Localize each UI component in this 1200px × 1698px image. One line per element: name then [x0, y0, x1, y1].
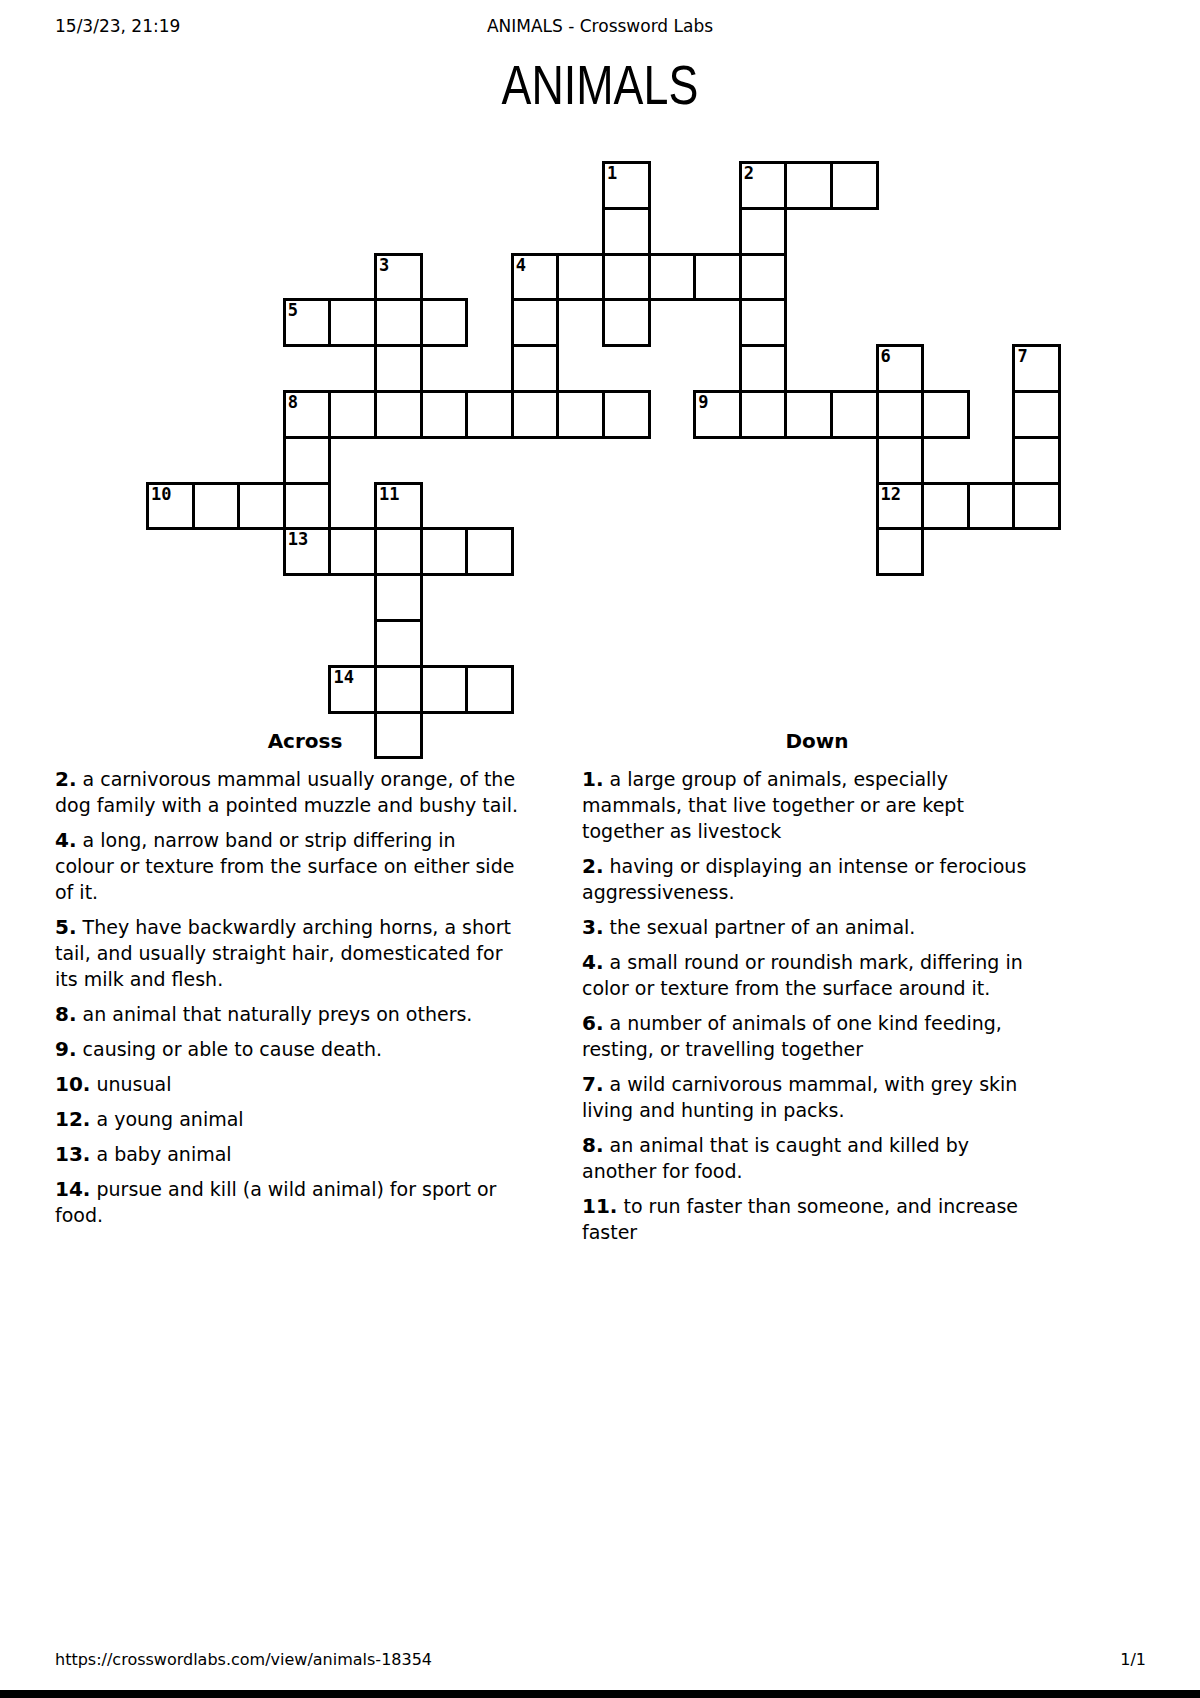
grid-cell-r6c16[interactable]	[876, 436, 925, 485]
grid-clue-number-8: 8	[288, 394, 298, 411]
grid-cell-r5c17[interactable]	[921, 390, 970, 439]
clue-number-label: 12.	[55, 1107, 90, 1131]
clue-number-label: 4.	[582, 950, 604, 974]
across-clue-list: 2. a carnivorous mammal usually orange, …	[55, 766, 555, 1228]
across-clue-9: 9. causing or able to cause death.	[55, 1036, 555, 1062]
down-clue-7: 7. a wild carnivorous mammal, with grey …	[582, 1071, 1052, 1123]
clue-number-label: 3.	[582, 915, 604, 939]
grid-cell-r7c17[interactable]	[921, 482, 970, 531]
grid-cell-r8c7[interactable]	[465, 527, 514, 576]
across-clues-column: Across 2. a carnivorous mammal usually o…	[55, 728, 555, 1254]
clue-number-label: 6.	[582, 1011, 604, 1035]
across-heading: Across	[55, 728, 555, 754]
puzzle-title-text: ANIMALS	[502, 52, 699, 117]
clue-text: a carnivorous mammal usually orange, of …	[55, 768, 518, 816]
clue-number-label: 2.	[582, 854, 604, 878]
grid-cell-r5c7[interactable]	[465, 390, 514, 439]
clue-text: having or displaying an intense or feroc…	[582, 855, 1026, 903]
grid-cell-r5c6[interactable]	[420, 390, 469, 439]
clues-section: Across 2. a carnivorous mammal usually o…	[55, 728, 1052, 1254]
print-preview-page: 15/3/23, 21:19 ANIMALS - Crossword Labs …	[0, 0, 1200, 1698]
grid-clue-number-12: 12	[881, 486, 901, 503]
grid-cell-r6c19[interactable]	[1012, 436, 1061, 485]
clue-number-label: 10.	[55, 1072, 90, 1096]
grid-cell-r7c18[interactable]	[967, 482, 1016, 531]
clue-text: the sexual partner of an animal.	[610, 916, 916, 938]
clue-text: causing or able to cause death.	[83, 1038, 382, 1060]
clue-text: a long, narrow band or strip differing i…	[55, 829, 514, 903]
footer-page-number: 1/1	[1120, 1650, 1146, 1669]
grid-cell-r4c5[interactable]	[374, 344, 423, 393]
grid-cell-r1c10[interactable]	[602, 207, 651, 256]
grid-clue-number-9: 9	[698, 394, 708, 411]
across-clue-2: 2. a carnivorous mammal usually orange, …	[55, 766, 555, 818]
grid-cell-r3c6[interactable]	[420, 298, 469, 347]
clue-text: a small round or roundish mark, differin…	[582, 951, 1023, 999]
grid-cell-r6c3[interactable]	[283, 436, 332, 485]
clue-number-label: 7.	[582, 1072, 604, 1096]
clue-number-label: 1.	[582, 767, 604, 791]
across-clue-4: 4. a long, narrow band or strip differin…	[55, 827, 555, 905]
clue-number-label: 9.	[55, 1037, 77, 1061]
grid-cell-r3c8[interactable]	[511, 298, 560, 347]
down-clue-4: 4. a small round or roundish mark, diffe…	[582, 949, 1052, 1001]
clue-text: a young animal	[96, 1108, 243, 1130]
grid-cell-r5c4[interactable]	[328, 390, 377, 439]
grid-clue-number-2: 2	[744, 165, 754, 182]
grid-cell-r1c13[interactable]	[739, 207, 788, 256]
clue-number-label: 4.	[55, 828, 77, 852]
grid-cell-r2c9[interactable]	[556, 253, 605, 302]
down-heading: Down	[582, 728, 1052, 754]
clue-number-label: 5.	[55, 915, 77, 939]
grid-cell-r7c3[interactable]	[283, 482, 332, 531]
grid-clue-number-11: 11	[379, 486, 399, 503]
clue-text: a large group of animals, especially mam…	[582, 768, 964, 842]
grid-cell-r5c14[interactable]	[784, 390, 833, 439]
clue-text: a wild carnivorous mammal, with grey ski…	[582, 1073, 1017, 1121]
grid-cell-r2c10[interactable]	[602, 253, 651, 302]
grid-cell-r8c5[interactable]	[374, 527, 423, 576]
grid-cell-r5c10[interactable]	[602, 390, 651, 439]
across-clue-12: 12. a young animal	[55, 1106, 555, 1132]
grid-cell-r3c5[interactable]	[374, 298, 423, 347]
grid-cell-r5c9[interactable]	[556, 390, 605, 439]
grid-cell-r7c2[interactable]	[237, 482, 286, 531]
down-clue-11: 11. to run faster than someone, and incr…	[582, 1193, 1052, 1245]
grid-cell-r4c13[interactable]	[739, 344, 788, 393]
grid-clue-number-7: 7	[1017, 348, 1027, 365]
grid-cell-r7c19[interactable]	[1012, 482, 1061, 531]
grid-cell-r8c6[interactable]	[420, 527, 469, 576]
down-clue-3: 3. the sexual partner of an animal.	[582, 914, 1052, 940]
grid-cell-r2c11[interactable]	[648, 253, 697, 302]
grid-cell-r4c8[interactable]	[511, 344, 560, 393]
clue-number-label: 11.	[582, 1194, 617, 1218]
grid-cell-r5c13[interactable]	[739, 390, 788, 439]
clue-number-label: 8.	[55, 1002, 77, 1026]
clue-text: They have backwardly arching horns, a sh…	[55, 916, 511, 990]
down-clue-2: 2. having or displaying an intense or fe…	[582, 853, 1052, 905]
grid-cell-r8c16[interactable]	[876, 527, 925, 576]
grid-clue-number-6: 6	[881, 348, 891, 365]
across-clue-8: 8. an animal that naturally preys on oth…	[55, 1001, 555, 1027]
grid-cell-r8c4[interactable]	[328, 527, 377, 576]
grid-cell-r2c13[interactable]	[739, 253, 788, 302]
footer-url: https://crosswordlabs.com/view/animals-1…	[55, 1650, 432, 1669]
grid-cell-r3c4[interactable]	[328, 298, 377, 347]
clue-text: to run faster than someone, and increase…	[582, 1195, 1018, 1243]
grid-clue-number-14: 14	[333, 669, 353, 686]
clue-text: unusual	[96, 1073, 171, 1095]
grid-cell-r5c8[interactable]	[511, 390, 560, 439]
puzzle-title: ANIMALS	[0, 52, 1200, 117]
down-clue-8: 8. an animal that is caught and killed b…	[582, 1132, 1052, 1184]
grid-clue-number-4: 4	[516, 257, 526, 274]
grid-cell-r7c1[interactable]	[192, 482, 241, 531]
grid-cell-r5c16[interactable]	[876, 390, 925, 439]
grid-cell-r3c13[interactable]	[739, 298, 788, 347]
grid-cell-r5c19[interactable]	[1012, 390, 1061, 439]
page-bottom-edge	[0, 1690, 1200, 1698]
clue-text: pursue and kill (a wild animal) for spor…	[55, 1178, 496, 1226]
grid-clue-number-3: 3	[379, 257, 389, 274]
clue-number-label: 13.	[55, 1142, 90, 1166]
grid-cell-r11c7[interactable]	[465, 665, 514, 714]
grid-cell-r11c6[interactable]	[420, 665, 469, 714]
across-clue-14: 14. pursue and kill (a wild animal) for …	[55, 1176, 555, 1228]
clue-number-label: 8.	[582, 1133, 604, 1157]
clue-number-label: 14.	[55, 1177, 90, 1201]
clue-number-label: 2.	[55, 767, 77, 791]
grid-clue-number-10: 10	[151, 486, 171, 503]
print-header-title: ANIMALS - Crossword Labs	[0, 16, 1200, 36]
grid-cell-r0c14[interactable]	[784, 161, 833, 210]
clue-text: an animal that naturally preys on others…	[83, 1003, 473, 1025]
grid-clue-number-1: 1	[607, 165, 617, 182]
grid-cell-r5c5[interactable]	[374, 390, 423, 439]
down-clue-6: 6. a number of animals of one kind feedi…	[582, 1010, 1052, 1062]
down-clue-1: 1. a large group of animals, especially …	[582, 766, 1052, 844]
grid-cell-r10c5[interactable]	[374, 619, 423, 668]
across-clue-5: 5. They have backwardly arching horns, a…	[55, 914, 555, 992]
grid-clue-number-5: 5	[288, 302, 298, 319]
across-clue-13: 13. a baby animal	[55, 1141, 555, 1167]
grid-cell-r3c10[interactable]	[602, 298, 651, 347]
grid-cell-r2c12[interactable]	[693, 253, 742, 302]
down-clue-list: 1. a large group of animals, especially …	[582, 766, 1052, 1245]
clue-text: an animal that is caught and killed by a…	[582, 1134, 969, 1182]
down-clues-column: Down 1. a large group of animals, especi…	[582, 728, 1052, 1254]
grid-cell-r5c15[interactable]	[830, 390, 879, 439]
across-clue-10: 10. unusual	[55, 1071, 555, 1097]
clue-text: a baby animal	[96, 1143, 231, 1165]
grid-clue-number-13: 13	[288, 531, 308, 548]
grid-cell-r11c5[interactable]	[374, 665, 423, 714]
grid-cell-r9c5[interactable]	[374, 573, 423, 622]
clue-text: a number of animals of one kind feeding,…	[582, 1012, 1002, 1060]
grid-cell-r0c15[interactable]	[830, 161, 879, 210]
